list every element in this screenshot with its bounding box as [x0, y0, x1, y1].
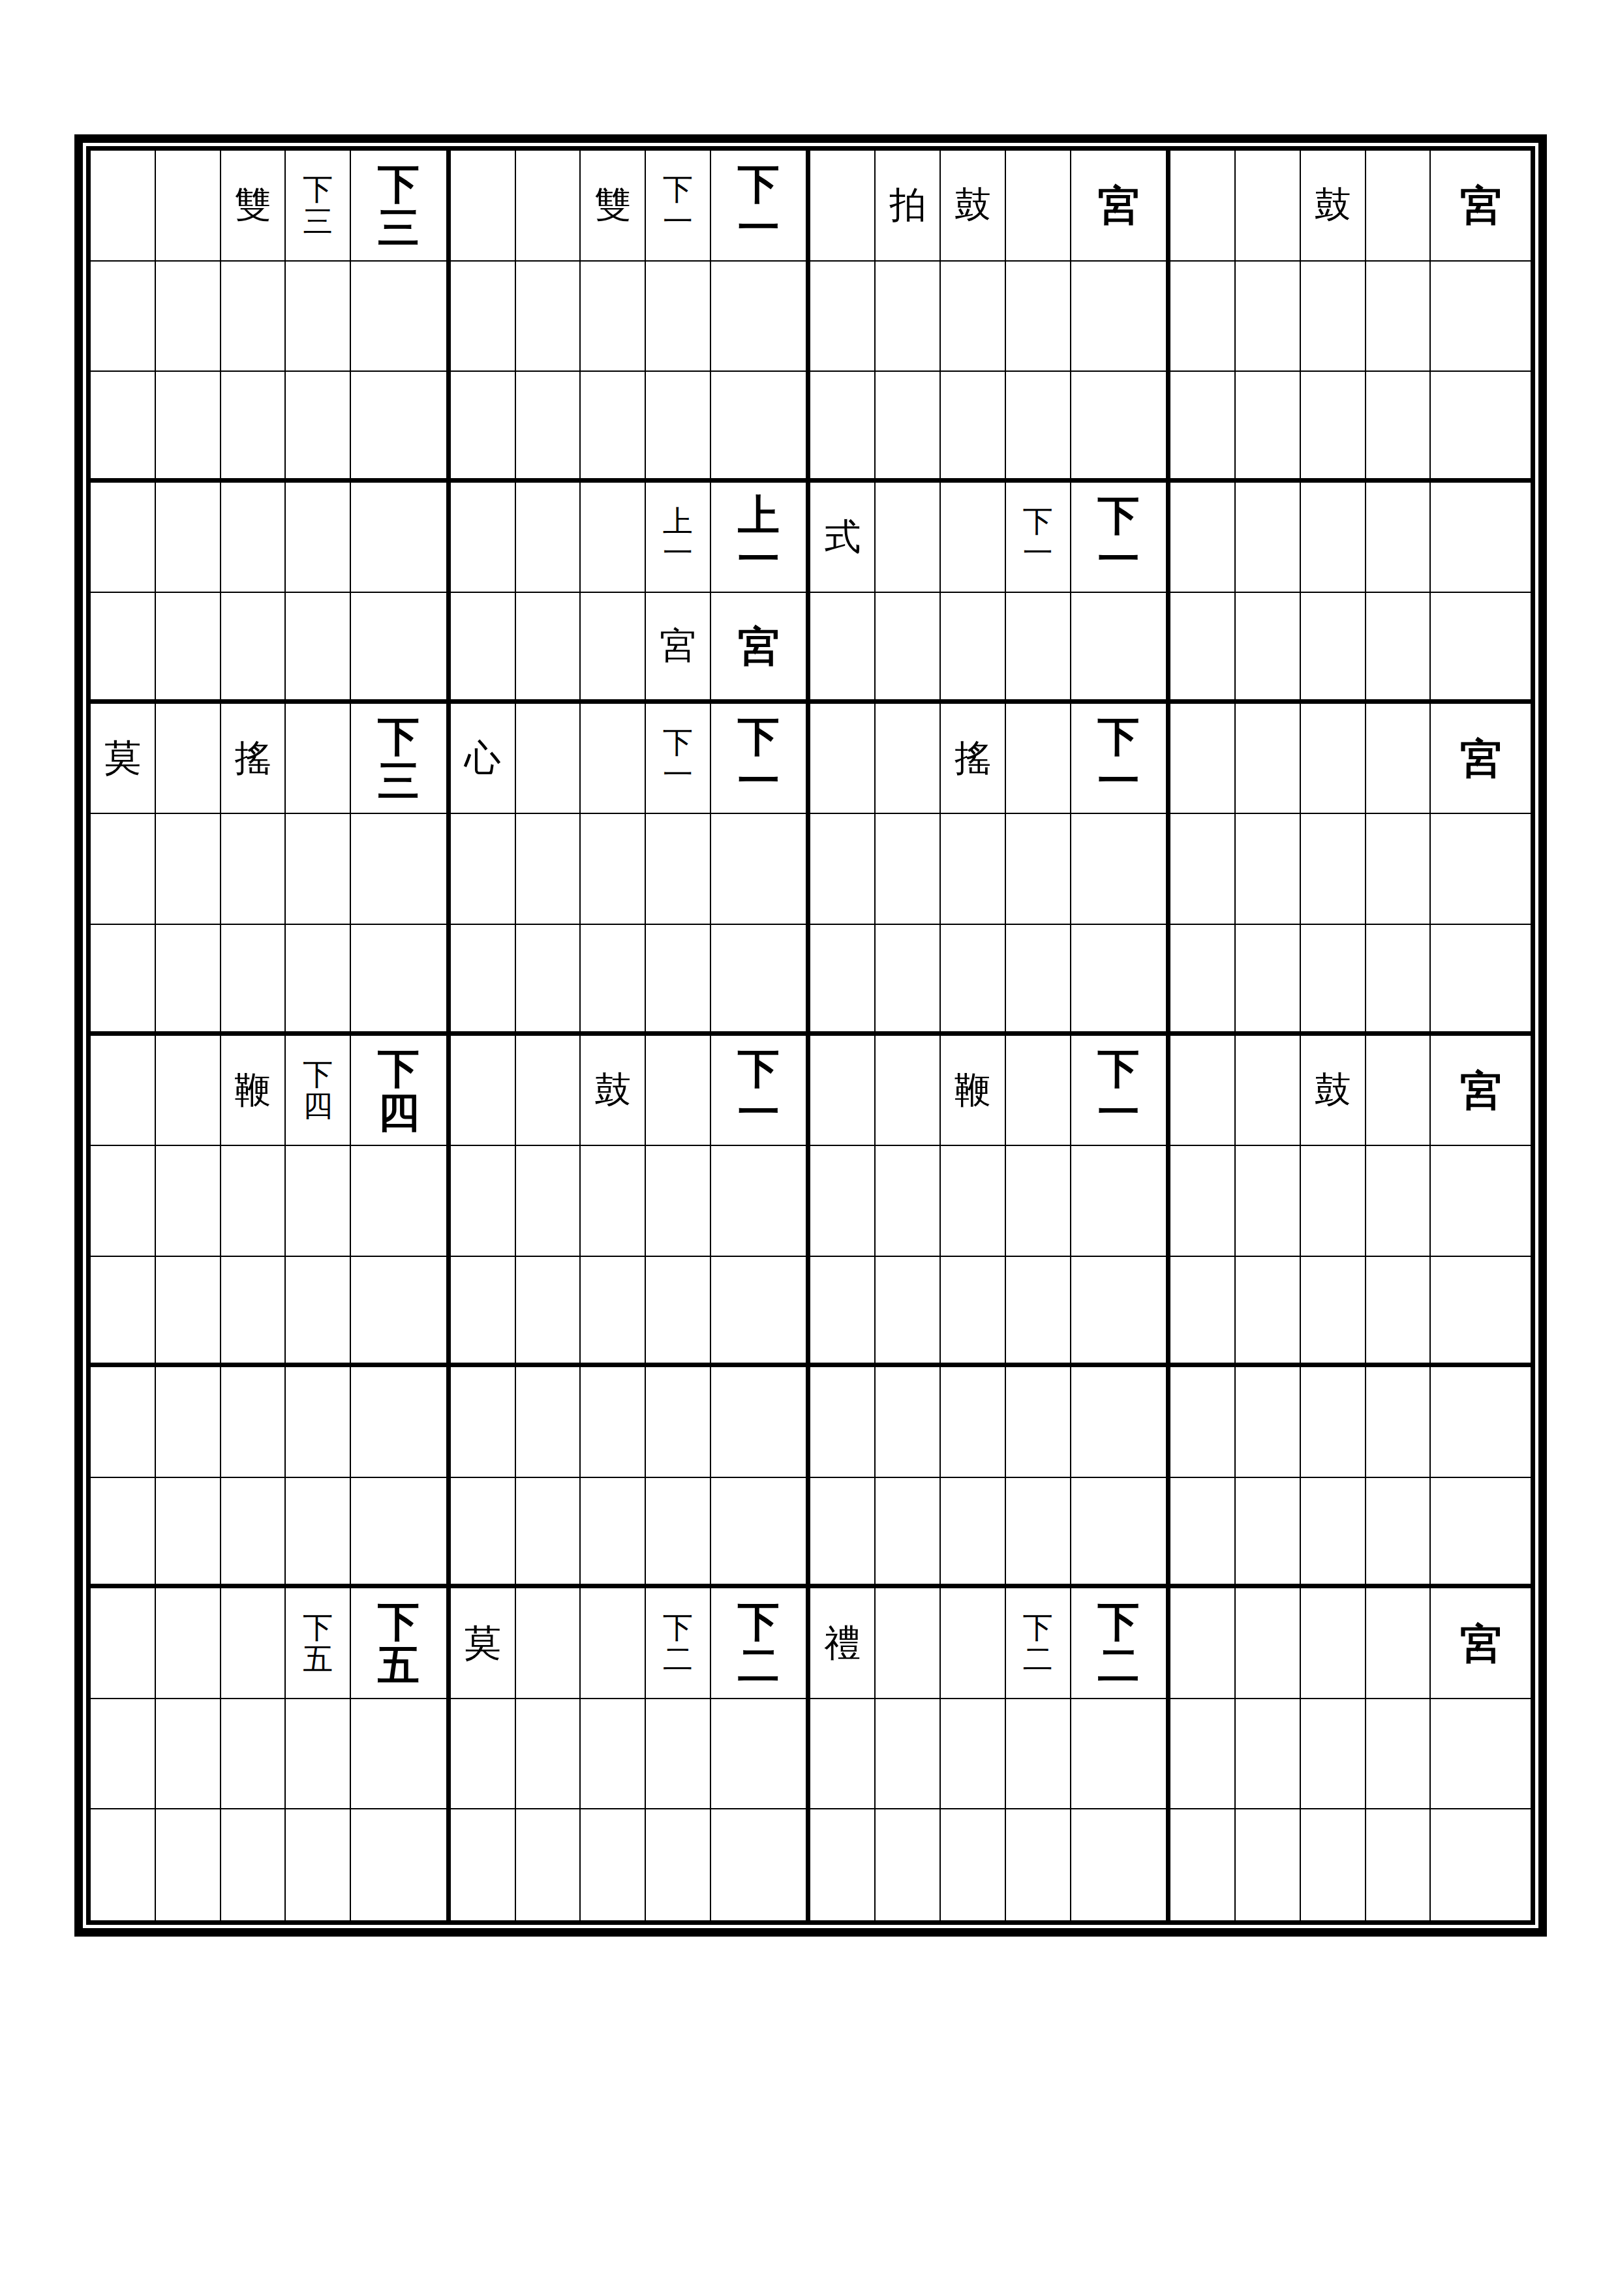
cell-r5c2 — [156, 593, 221, 704]
cell-r16c6 — [451, 1809, 516, 1920]
cell-r2c6 — [451, 262, 516, 372]
cell-r11c5 — [351, 1257, 451, 1368]
cell-r8c10 — [711, 925, 811, 1036]
cell-r11c1 — [91, 1257, 156, 1368]
cell-r3c13 — [941, 372, 1006, 483]
cell-r4c8 — [581, 483, 646, 594]
cell-r15c1 — [91, 1699, 156, 1810]
cell-r2c16 — [1170, 262, 1236, 372]
cell-r7c6 — [451, 814, 516, 925]
cell-r13c9 — [646, 1478, 711, 1589]
cell-r2c5 — [351, 262, 451, 372]
cell-r15c18 — [1301, 1699, 1366, 1810]
cell-r8c1 — [91, 925, 156, 1036]
cell-r11c18 — [1301, 1257, 1366, 1368]
cell-r10c18 — [1301, 1146, 1366, 1257]
cell-r6c1: 莫 — [91, 704, 156, 815]
cell-r6c8 — [581, 704, 646, 815]
cell-r16c4 — [286, 1809, 351, 1920]
cell-r15c19 — [1366, 1699, 1431, 1810]
cell-r14c7 — [516, 1588, 581, 1699]
score-mark: 鞭 — [234, 1071, 271, 1110]
cell-r10c14 — [1006, 1146, 1071, 1257]
score-mark: 下五 — [303, 1612, 333, 1675]
cell-r1c17 — [1236, 151, 1301, 262]
cell-r2c7 — [516, 262, 581, 372]
score-mark: 下三 — [303, 174, 333, 237]
cell-r10c11 — [810, 1146, 876, 1257]
cell-r1c19 — [1366, 151, 1431, 262]
cell-r12c3 — [221, 1367, 286, 1478]
cell-r3c6 — [451, 372, 516, 483]
cell-r14c15: 下二 — [1071, 1588, 1171, 1699]
cell-r15c10 — [711, 1699, 811, 1810]
pitch-mark-large: 下四 — [378, 1046, 420, 1134]
cell-r4c6 — [451, 483, 516, 594]
cell-r10c1 — [91, 1146, 156, 1257]
cell-r5c10: 宮 — [711, 593, 811, 704]
pitch-mark-large: 宮 — [1460, 1622, 1502, 1665]
cell-r9c19 — [1366, 1036, 1431, 1147]
cell-r2c17 — [1236, 262, 1301, 372]
cell-r3c20 — [1431, 372, 1531, 483]
cell-r10c17 — [1236, 1146, 1301, 1257]
cell-r7c12 — [876, 814, 941, 925]
cell-r8c8 — [581, 925, 646, 1036]
cell-r9c13: 鞭 — [941, 1036, 1006, 1147]
score-mark: 下二 — [1023, 1612, 1053, 1675]
cell-r6c11 — [810, 704, 876, 815]
cell-r2c10 — [711, 262, 811, 372]
cell-r14c16 — [1170, 1588, 1236, 1699]
pitch-mark-large: 下一 — [1097, 714, 1139, 802]
cell-r3c16 — [1170, 372, 1236, 483]
cell-r12c12 — [876, 1367, 941, 1478]
cell-r11c11 — [810, 1257, 876, 1368]
cell-r12c20 — [1431, 1367, 1531, 1478]
cell-r12c1 — [91, 1367, 156, 1478]
cell-r7c13 — [941, 814, 1006, 925]
cell-r16c16 — [1170, 1809, 1236, 1920]
cell-r7c3 — [221, 814, 286, 925]
cell-r16c19 — [1366, 1809, 1431, 1920]
cell-r11c10 — [711, 1257, 811, 1368]
score-mark: 下一 — [1023, 506, 1053, 569]
cell-r16c9 — [646, 1809, 711, 1920]
cell-r14c6: 莫 — [451, 1588, 516, 1699]
cell-r3c8 — [581, 372, 646, 483]
cell-r14c5: 下五 — [351, 1588, 451, 1699]
cell-r3c18 — [1301, 372, 1366, 483]
cell-r16c8 — [581, 1809, 646, 1920]
cell-r13c14 — [1006, 1478, 1071, 1589]
cell-r6c6: 心 — [451, 704, 516, 815]
cell-r4c20 — [1431, 483, 1531, 594]
cell-r15c7 — [516, 1699, 581, 1810]
cell-r3c5 — [351, 372, 451, 483]
pitch-mark-large: 宮 — [1460, 736, 1502, 780]
cell-r6c15: 下一 — [1071, 704, 1171, 815]
cell-r1c13: 鼓 — [941, 151, 1006, 262]
cell-r9c20: 宮 — [1431, 1036, 1531, 1147]
cell-r2c3 — [221, 262, 286, 372]
cell-r7c7 — [516, 814, 581, 925]
cell-r14c8 — [581, 1588, 646, 1699]
cell-r10c12 — [876, 1146, 941, 1257]
cell-r15c13 — [941, 1699, 1006, 1810]
cell-r10c3 — [221, 1146, 286, 1257]
cell-r13c20 — [1431, 1478, 1531, 1589]
cell-r2c11 — [810, 262, 876, 372]
cell-r1c1 — [91, 151, 156, 262]
cell-r6c19 — [1366, 704, 1431, 815]
cell-r5c18 — [1301, 593, 1366, 704]
pitch-mark-large: 下一 — [738, 714, 780, 802]
cell-r15c14 — [1006, 1699, 1071, 1810]
cell-r10c9 — [646, 1146, 711, 1257]
cell-r4c9: 上一 — [646, 483, 711, 594]
cell-r14c17 — [1236, 1588, 1301, 1699]
cell-r2c1 — [91, 262, 156, 372]
score-mark: 雙 — [234, 186, 271, 224]
cell-r6c12 — [876, 704, 941, 815]
cell-r2c14 — [1006, 262, 1071, 372]
cell-r3c2 — [156, 372, 221, 483]
cell-r9c3: 鞭 — [221, 1036, 286, 1147]
cell-r13c8 — [581, 1478, 646, 1589]
score-mark: 式 — [824, 518, 861, 556]
cell-r5c14 — [1006, 593, 1071, 704]
score-mark: 下一 — [663, 174, 693, 237]
cell-r6c7 — [516, 704, 581, 815]
cell-r7c2 — [156, 814, 221, 925]
cell-r9c15: 下一 — [1071, 1036, 1171, 1147]
pitch-mark-large: 下一 — [738, 1046, 780, 1134]
cell-r16c7 — [516, 1809, 581, 1920]
cell-r3c17 — [1236, 372, 1301, 483]
cell-r12c19 — [1366, 1367, 1431, 1478]
cell-r8c7 — [516, 925, 581, 1036]
score-mark: 心 — [465, 739, 501, 778]
cell-r12c18 — [1301, 1367, 1366, 1478]
cell-r14c10: 下二 — [711, 1588, 811, 1699]
cell-r14c12 — [876, 1588, 941, 1699]
score-mark: 鼓 — [594, 1071, 631, 1110]
cell-r5c7 — [516, 593, 581, 704]
cell-r5c8 — [581, 593, 646, 704]
cell-r16c10 — [711, 1809, 811, 1920]
cell-r6c14 — [1006, 704, 1071, 815]
cell-r9c1 — [91, 1036, 156, 1147]
cell-r5c3 — [221, 593, 286, 704]
cell-r14c9: 下二 — [646, 1588, 711, 1699]
cell-r7c4 — [286, 814, 351, 925]
cell-r3c14 — [1006, 372, 1071, 483]
cell-r13c10 — [711, 1478, 811, 1589]
cell-r1c12: 拍 — [876, 151, 941, 262]
cell-r9c7 — [516, 1036, 581, 1147]
cell-r2c8 — [581, 262, 646, 372]
cell-r11c20 — [1431, 1257, 1531, 1368]
cell-r7c1 — [91, 814, 156, 925]
cell-r15c12 — [876, 1699, 941, 1810]
cell-r8c9 — [646, 925, 711, 1036]
cell-r3c9 — [646, 372, 711, 483]
cell-r10c4 — [286, 1146, 351, 1257]
cell-r6c3: 搖 — [221, 704, 286, 815]
cell-r11c13 — [941, 1257, 1006, 1368]
cell-r4c14: 下一 — [1006, 483, 1071, 594]
cell-r15c11 — [810, 1699, 876, 1810]
cell-r6c5: 下三 — [351, 704, 451, 815]
cell-r16c5 — [351, 1809, 451, 1920]
score-mark: 下四 — [303, 1059, 333, 1122]
cell-r13c11 — [810, 1478, 876, 1589]
cell-r4c16 — [1170, 483, 1236, 594]
cell-r6c13: 搖 — [941, 704, 1006, 815]
pitch-mark-large: 宮 — [1097, 183, 1139, 227]
cell-r14c1 — [91, 1588, 156, 1699]
cell-r1c11 — [810, 151, 876, 262]
cell-r8c4 — [286, 925, 351, 1036]
cell-r11c17 — [1236, 1257, 1301, 1368]
cell-r9c16 — [1170, 1036, 1236, 1147]
cell-r12c13 — [941, 1367, 1006, 1478]
cell-r3c7 — [516, 372, 581, 483]
score-mark: 禮 — [824, 1624, 861, 1663]
cell-r6c18 — [1301, 704, 1366, 815]
cell-r12c2 — [156, 1367, 221, 1478]
cell-r9c2 — [156, 1036, 221, 1147]
cell-r9c12 — [876, 1036, 941, 1147]
cell-r11c2 — [156, 1257, 221, 1368]
cell-r4c10: 上一 — [711, 483, 811, 594]
cell-r7c17 — [1236, 814, 1301, 925]
cell-r2c4 — [286, 262, 351, 372]
cell-r12c16 — [1170, 1367, 1236, 1478]
cell-r8c19 — [1366, 925, 1431, 1036]
score-mark: 宮 — [660, 627, 696, 665]
cell-r6c17 — [1236, 704, 1301, 815]
cell-r1c15: 宮 — [1071, 151, 1171, 262]
cell-r6c9: 下一 — [646, 704, 711, 815]
cell-r9c10: 下一 — [711, 1036, 811, 1147]
cell-r15c6 — [451, 1699, 516, 1810]
cell-r13c17 — [1236, 1478, 1301, 1589]
cell-r4c12 — [876, 483, 941, 594]
cell-r11c14 — [1006, 1257, 1071, 1368]
cell-r5c16 — [1170, 593, 1236, 704]
cell-r1c7 — [516, 151, 581, 262]
cell-r4c2 — [156, 483, 221, 594]
cell-r3c4 — [286, 372, 351, 483]
cell-r16c18 — [1301, 1809, 1366, 1920]
cell-r3c15 — [1071, 372, 1171, 483]
pitch-mark-large: 宮 — [1460, 1068, 1502, 1112]
cell-r8c13 — [941, 925, 1006, 1036]
cell-r4c17 — [1236, 483, 1301, 594]
cell-r12c11 — [810, 1367, 876, 1478]
cell-r3c12 — [876, 372, 941, 483]
cell-r1c8: 雙 — [581, 151, 646, 262]
cell-r5c13 — [941, 593, 1006, 704]
pitch-mark-large: 下三 — [378, 714, 420, 802]
cell-r15c15 — [1071, 1699, 1171, 1810]
cell-r1c14 — [1006, 151, 1071, 262]
cell-r5c17 — [1236, 593, 1301, 704]
cell-r9c17 — [1236, 1036, 1301, 1147]
cell-r8c20 — [1431, 925, 1531, 1036]
cell-r7c20 — [1431, 814, 1531, 925]
cell-r13c6 — [451, 1478, 516, 1589]
cell-r7c9 — [646, 814, 711, 925]
cell-r3c10 — [711, 372, 811, 483]
cell-r5c12 — [876, 593, 941, 704]
cell-r14c4: 下五 — [286, 1588, 351, 1699]
cell-r1c5: 下三 — [351, 151, 451, 262]
cell-r13c18 — [1301, 1478, 1366, 1589]
cell-r11c19 — [1366, 1257, 1431, 1368]
cell-r11c16 — [1170, 1257, 1236, 1368]
cell-r7c16 — [1170, 814, 1236, 925]
cell-r7c8 — [581, 814, 646, 925]
pitch-mark-large: 下二 — [1097, 1599, 1139, 1687]
pitch-mark-large: 下五 — [378, 1599, 420, 1687]
cell-r16c2 — [156, 1809, 221, 1920]
cell-r2c9 — [646, 262, 711, 372]
cell-r10c2 — [156, 1146, 221, 1257]
cell-r8c11 — [810, 925, 876, 1036]
cell-r5c9: 宮 — [646, 593, 711, 704]
cell-r5c6 — [451, 593, 516, 704]
cell-r1c20: 宮 — [1431, 151, 1531, 262]
cell-r12c6 — [451, 1367, 516, 1478]
cell-r13c7 — [516, 1478, 581, 1589]
cell-r10c15 — [1071, 1146, 1171, 1257]
cell-r15c3 — [221, 1699, 286, 1810]
cell-r15c2 — [156, 1699, 221, 1810]
cell-r9c5: 下四 — [351, 1036, 451, 1147]
cell-r8c17 — [1236, 925, 1301, 1036]
cell-r10c13 — [941, 1146, 1006, 1257]
cell-r10c19 — [1366, 1146, 1431, 1257]
cell-r2c2 — [156, 262, 221, 372]
cell-r14c14: 下二 — [1006, 1588, 1071, 1699]
cell-r9c18: 鼓 — [1301, 1036, 1366, 1147]
pitch-mark-large: 宮 — [1460, 183, 1502, 227]
cell-r8c12 — [876, 925, 941, 1036]
cell-r5c4 — [286, 593, 351, 704]
cell-r11c7 — [516, 1257, 581, 1368]
pitch-mark-large: 下一 — [1097, 1046, 1139, 1134]
cell-r1c3: 雙 — [221, 151, 286, 262]
cell-r1c2 — [156, 151, 221, 262]
score-mark: 雙 — [594, 186, 631, 224]
cell-r12c10 — [711, 1367, 811, 1478]
cell-r8c14 — [1006, 925, 1071, 1036]
cell-r13c2 — [156, 1478, 221, 1589]
cell-r13c1 — [91, 1478, 156, 1589]
score-mark: 莫 — [104, 739, 141, 778]
cell-r6c10: 下一 — [711, 704, 811, 815]
cell-r9c9 — [646, 1036, 711, 1147]
cell-r7c10 — [711, 814, 811, 925]
cell-r9c11 — [810, 1036, 876, 1147]
cell-r13c3 — [221, 1478, 286, 1589]
cell-r16c15 — [1071, 1809, 1171, 1920]
cell-r4c1 — [91, 483, 156, 594]
cell-r3c11 — [810, 372, 876, 483]
cell-r4c19 — [1366, 483, 1431, 594]
cell-r10c6 — [451, 1146, 516, 1257]
cell-r8c18 — [1301, 925, 1366, 1036]
score-frame: 雙下三下三雙下一下一拍鼓宮鼓宮上一上一式下一下一宮宮莫搖下三心下一下一搖下一宮鞭… — [74, 134, 1547, 1937]
cell-r14c11: 禮 — [810, 1588, 876, 1699]
cell-r1c6 — [451, 151, 516, 262]
cell-r6c2 — [156, 704, 221, 815]
cell-r14c13 — [941, 1588, 1006, 1699]
cell-r11c12 — [876, 1257, 941, 1368]
cell-r10c10 — [711, 1146, 811, 1257]
cell-r8c5 — [351, 925, 451, 1036]
cell-r8c3 — [221, 925, 286, 1036]
cell-r15c8 — [581, 1699, 646, 1810]
cell-r6c16 — [1170, 704, 1236, 815]
cell-r15c17 — [1236, 1699, 1301, 1810]
cell-r2c19 — [1366, 262, 1431, 372]
cell-r4c15: 下一 — [1071, 483, 1171, 594]
cell-r13c4 — [286, 1478, 351, 1589]
pitch-mark-large: 宮 — [738, 624, 780, 668]
cell-r4c5 — [351, 483, 451, 594]
cell-r15c16 — [1170, 1699, 1236, 1810]
cell-r7c18 — [1301, 814, 1366, 925]
cell-r7c5 — [351, 814, 451, 925]
cell-r13c12 — [876, 1478, 941, 1589]
score-mark: 搖 — [954, 739, 991, 778]
score-mark: 莫 — [465, 1624, 501, 1663]
cell-r10c16 — [1170, 1146, 1236, 1257]
cell-r7c19 — [1366, 814, 1431, 925]
cell-r13c5 — [351, 1478, 451, 1589]
cell-r5c5 — [351, 593, 451, 704]
page: { "page": { "paper_color": "#ffffff", "i… — [0, 0, 1618, 2296]
cell-r2c13 — [941, 262, 1006, 372]
cell-r14c20: 宮 — [1431, 1588, 1531, 1699]
cell-r4c13 — [941, 483, 1006, 594]
pitch-mark-large: 下三 — [378, 162, 420, 249]
cell-r13c13 — [941, 1478, 1006, 1589]
cell-r2c15 — [1071, 262, 1171, 372]
cell-r2c12 — [876, 262, 941, 372]
cell-r1c16 — [1170, 151, 1236, 262]
cell-r3c3 — [221, 372, 286, 483]
cell-r9c4: 下四 — [286, 1036, 351, 1147]
score-mark: 上一 — [663, 506, 693, 569]
cell-r16c13 — [941, 1809, 1006, 1920]
cell-r15c9 — [646, 1699, 711, 1810]
cell-r5c1 — [91, 593, 156, 704]
cell-r13c15 — [1071, 1478, 1171, 1589]
cell-r4c3 — [221, 483, 286, 594]
cell-r8c6 — [451, 925, 516, 1036]
cell-r8c15 — [1071, 925, 1171, 1036]
cell-r11c8 — [581, 1257, 646, 1368]
cell-r13c16 — [1170, 1478, 1236, 1589]
cell-r16c1 — [91, 1809, 156, 1920]
cell-r4c7 — [516, 483, 581, 594]
score-mark: 鼓 — [1315, 1071, 1351, 1110]
